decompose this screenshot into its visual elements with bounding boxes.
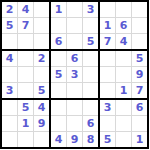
cell-r6c5[interactable]: [67, 83, 82, 98]
cell-r5c2[interactable]: [18, 67, 33, 82]
cell-r5c9[interactable]: 9: [132, 67, 147, 82]
cell-r1c4[interactable]: 1: [51, 2, 66, 17]
cell-r1c5[interactable]: [67, 2, 82, 17]
cell-r3c3[interactable]: [34, 34, 49, 49]
cell-r3c8[interactable]: 4: [116, 34, 131, 49]
cell-r8c3[interactable]: 9: [34, 116, 49, 131]
cell-r8c8[interactable]: [116, 116, 131, 131]
box-8: 6498: [51, 100, 98, 147]
cell-r6c6[interactable]: [83, 83, 98, 98]
cell-r2c5[interactable]: [67, 18, 82, 33]
cell-r8c7[interactable]: [100, 116, 115, 131]
cell-r3c7[interactable]: 7: [100, 34, 115, 49]
cell-r9c3[interactable]: [34, 132, 49, 147]
cell-r9c9[interactable]: 1: [132, 132, 147, 147]
cell-r8c2[interactable]: 1: [18, 116, 33, 131]
cell-r7c8[interactable]: [116, 100, 131, 115]
cell-r7c2[interactable]: 5: [18, 100, 33, 115]
cell-r2c6[interactable]: [83, 18, 98, 33]
cell-r7c5[interactable]: [67, 100, 82, 115]
cell-r1c6[interactable]: 3: [83, 2, 98, 17]
cell-r4c2[interactable]: [18, 51, 33, 66]
cell-r8c9[interactable]: [132, 116, 147, 131]
cell-r4c6[interactable]: [83, 51, 98, 66]
cell-r7c9[interactable]: 6: [132, 100, 147, 115]
cell-r3c9[interactable]: [132, 34, 147, 49]
cell-r2c8[interactable]: 6: [116, 18, 131, 33]
cell-r7c3[interactable]: 4: [34, 100, 49, 115]
cell-r5c8[interactable]: [116, 67, 131, 82]
cell-r8c1[interactable]: [2, 116, 17, 131]
cell-r5c1[interactable]: [2, 67, 17, 82]
cell-r6c4[interactable]: [51, 83, 66, 98]
box-6: 5917: [100, 51, 147, 98]
cell-r9c7[interactable]: 5: [100, 132, 115, 147]
box-2: 1365: [51, 2, 98, 49]
cell-r7c6[interactable]: [83, 100, 98, 115]
box-9: 3651: [100, 100, 147, 147]
box-4: 4235: [2, 51, 49, 98]
cell-r1c8[interactable]: [116, 2, 131, 17]
cell-r1c9[interactable]: [132, 2, 147, 17]
cell-r6c9[interactable]: 7: [132, 83, 147, 98]
cell-r6c3[interactable]: 5: [34, 83, 49, 98]
cell-r2c7[interactable]: 1: [100, 18, 115, 33]
box-5: 653: [51, 51, 98, 98]
cell-r8c6[interactable]: 6: [83, 116, 98, 131]
cell-r3c4[interactable]: 6: [51, 34, 66, 49]
cell-r3c2[interactable]: [18, 34, 33, 49]
cell-r4c5[interactable]: 6: [67, 51, 82, 66]
cell-r2c9[interactable]: [132, 18, 147, 33]
cell-r9c5[interactable]: 9: [67, 132, 82, 147]
box-3: 1674: [100, 2, 147, 49]
cell-r5c5[interactable]: 3: [67, 67, 82, 82]
cell-r2c3[interactable]: [34, 18, 49, 33]
cell-r2c4[interactable]: [51, 18, 66, 33]
cell-r3c6[interactable]: 5: [83, 34, 98, 49]
cell-r2c1[interactable]: 5: [2, 18, 17, 33]
cell-r1c3[interactable]: [34, 2, 49, 17]
cell-r4c8[interactable]: [116, 51, 131, 66]
cell-r4c3[interactable]: 2: [34, 51, 49, 66]
cell-r6c1[interactable]: 3: [2, 83, 17, 98]
cell-r6c2[interactable]: [18, 83, 33, 98]
cell-r9c4[interactable]: 4: [51, 132, 66, 147]
cell-r1c1[interactable]: 2: [2, 2, 17, 17]
cell-r1c7[interactable]: [100, 2, 115, 17]
box-1: 2457: [2, 2, 49, 49]
cell-r9c6[interactable]: 8: [83, 132, 98, 147]
cell-r9c8[interactable]: [116, 132, 131, 147]
cell-r7c1[interactable]: [2, 100, 17, 115]
cell-r3c5[interactable]: [67, 34, 82, 49]
cell-r3c1[interactable]: [2, 34, 17, 49]
cell-r5c4[interactable]: 5: [51, 67, 66, 82]
cell-r7c7[interactable]: 3: [100, 100, 115, 115]
cell-r7c4[interactable]: [51, 100, 66, 115]
cell-r8c4[interactable]: [51, 116, 66, 131]
cell-r5c6[interactable]: [83, 67, 98, 82]
cell-r6c8[interactable]: 1: [116, 83, 131, 98]
cell-r2c2[interactable]: 7: [18, 18, 33, 33]
cell-r1c2[interactable]: 4: [18, 2, 33, 17]
cell-r9c1[interactable]: [2, 132, 17, 147]
cell-r9c2[interactable]: [18, 132, 33, 147]
cell-r6c7[interactable]: [100, 83, 115, 98]
sudoku-board: 24571365167442356535917541964983651: [0, 0, 149, 149]
cell-r4c7[interactable]: [100, 51, 115, 66]
cell-r5c3[interactable]: [34, 67, 49, 82]
cell-r4c1[interactable]: 4: [2, 51, 17, 66]
cell-r8c5[interactable]: [67, 116, 82, 131]
cell-r4c9[interactable]: 5: [132, 51, 147, 66]
cell-r4c4[interactable]: [51, 51, 66, 66]
cell-r5c7[interactable]: [100, 67, 115, 82]
box-7: 5419: [2, 100, 49, 147]
